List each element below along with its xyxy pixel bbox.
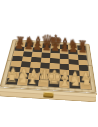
square-h1[interactable]: ♜ [80, 82, 91, 89]
board-grid: ♜♞♝♛♚♝♞♜♟♟♟♟♟♟♟♟♟♟♟♟♟♟♟♟♜♞♝♛♚♝♞♜ [6, 42, 91, 89]
brass-clasp-icon [43, 92, 53, 98]
chess-board: ♜♞♝♛♚♝♞♜♟♟♟♟♟♟♟♟♟♟♟♟♟♟♟♟♜♞♝♛♚♝♞♜ [0, 39, 97, 93]
square-h7[interactable]: ♟ [77, 50, 86, 55]
scene-rotation: ♜♞♝♛♚♝♞♜♟♟♟♟♟♟♟♟♟♟♟♟♟♟♟♟♜♞♝♛♚♝♞♜ [0, 0, 98, 127]
white-rook-h1[interactable]: ♜ [71, 75, 98, 90]
product-photo-chess-set[interactable]: ♜♞♝♛♚♝♞♜♟♟♟♟♟♟♟♟♟♟♟♟♟♟♟♟♜♞♝♛♚♝♞♜ [0, 0, 98, 127]
perspective-scene: ♜♞♝♛♚♝♞♜♟♟♟♟♟♟♟♟♟♟♟♟♟♟♟♟♜♞♝♛♚♝♞♜ [0, 0, 98, 127]
black-pawn-h7[interactable]: ♟ [70, 44, 95, 56]
